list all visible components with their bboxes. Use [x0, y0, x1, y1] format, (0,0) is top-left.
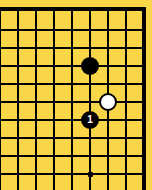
grid-line-horizontal — [0, 155, 144, 157]
grid-line-horizontal — [0, 119, 144, 121]
grid-line-horizontal — [0, 173, 144, 175]
board-edge-right — [142, 7, 146, 190]
grid-line-vertical — [53, 7, 55, 190]
go-diagram: 1 — [0, 0, 152, 190]
grid-line-vertical — [17, 7, 19, 190]
grid-line-horizontal — [0, 83, 144, 85]
grid-line-horizontal — [0, 47, 144, 49]
grid-line-horizontal — [0, 29, 144, 31]
grid-line-horizontal — [0, 137, 144, 139]
grid-line-vertical — [0, 7, 1, 190]
grid-line-vertical — [71, 7, 73, 190]
grid-line-vertical — [89, 7, 91, 190]
board-edge-top — [0, 7, 146, 11]
stone-white-r14[interactable] — [99, 93, 117, 111]
grid-line-horizontal — [0, 101, 144, 103]
star-point-q10 — [88, 172, 93, 177]
grid-line-horizontal — [0, 65, 144, 67]
stone-black-q13[interactable]: 1 — [81, 111, 99, 129]
move-number-label: 1 — [87, 115, 93, 125]
grid-line-vertical — [125, 7, 127, 190]
grid-line-vertical — [35, 7, 37, 190]
stone-black-q16[interactable] — [81, 57, 99, 75]
go-board[interactable]: 1 — [0, 0, 152, 190]
